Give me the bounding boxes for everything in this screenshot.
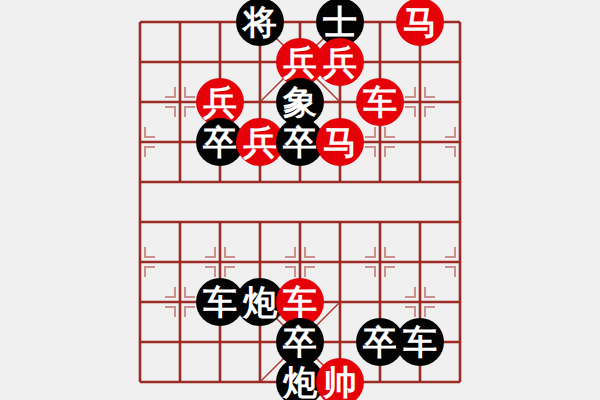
board-point-5-0[interactable]: 士 — [320, 2, 360, 42]
board-point-1-6[interactable] — [160, 242, 200, 282]
board-point-1-9[interactable] — [160, 362, 200, 400]
board-point-4-5[interactable] — [280, 202, 320, 242]
board-point-6-3[interactable] — [360, 122, 400, 162]
board-point-1-3[interactable] — [160, 122, 200, 162]
board-point-5-1[interactable]: 兵 — [320, 42, 360, 82]
board-point-3-3[interactable]: 兵 — [240, 122, 280, 162]
board-point-2-4[interactable] — [200, 162, 240, 202]
board-point-7-2[interactable] — [400, 82, 440, 122]
board-point-0-6[interactable] — [120, 242, 160, 282]
board-point-0-0[interactable] — [120, 2, 160, 42]
board-point-7-8[interactable]: 车 — [400, 322, 440, 362]
board-point-7-3[interactable] — [400, 122, 440, 162]
piece-red-horse[interactable]: 马 — [316, 118, 364, 166]
board-point-3-7[interactable]: 炮 — [240, 282, 280, 322]
board-point-1-2[interactable] — [160, 82, 200, 122]
board-point-4-8[interactable]: 卒 — [280, 322, 320, 362]
board-point-6-5[interactable] — [360, 202, 400, 242]
board-point-4-1[interactable]: 兵 — [280, 42, 320, 82]
board-point-1-5[interactable] — [160, 202, 200, 242]
board-point-1-0[interactable] — [160, 2, 200, 42]
board-point-6-0[interactable] — [360, 2, 400, 42]
board-point-3-8[interactable] — [240, 322, 280, 362]
board-point-3-5[interactable] — [240, 202, 280, 242]
board-point-5-9[interactable]: 帅 — [320, 362, 360, 400]
board-point-3-1[interactable] — [240, 42, 280, 82]
board-point-8-3[interactable] — [440, 122, 480, 162]
board-point-1-7[interactable] — [160, 282, 200, 322]
board-point-0-3[interactable] — [120, 122, 160, 162]
board-point-0-5[interactable] — [120, 202, 160, 242]
piece-red-king[interactable]: 帅 — [316, 358, 364, 400]
piece-red-chariot[interactable]: 车 — [356, 78, 404, 126]
board-point-7-0[interactable]: 马 — [400, 2, 440, 42]
board-point-2-3[interactable]: 卒 — [200, 122, 240, 162]
board-point-4-3[interactable]: 卒 — [280, 122, 320, 162]
board-point-8-6[interactable] — [440, 242, 480, 282]
board-point-8-9[interactable] — [440, 362, 480, 400]
board-point-6-7[interactable] — [360, 282, 400, 322]
board-point-2-8[interactable] — [200, 322, 240, 362]
board-point-7-5[interactable] — [400, 202, 440, 242]
board-point-0-2[interactable] — [120, 82, 160, 122]
board-point-6-8[interactable]: 卒 — [360, 322, 400, 362]
board-point-4-6[interactable] — [280, 242, 320, 282]
board-point-3-0[interactable]: 将 — [240, 2, 280, 42]
board-point-7-1[interactable] — [400, 42, 440, 82]
board-point-2-0[interactable] — [200, 2, 240, 42]
board-point-0-4[interactable] — [120, 162, 160, 202]
board-point-8-8[interactable] — [440, 322, 480, 362]
board-point-8-1[interactable] — [440, 42, 480, 82]
board-point-2-2[interactable]: 兵 — [200, 82, 240, 122]
board-point-6-4[interactable] — [360, 162, 400, 202]
board-point-5-7[interactable] — [320, 282, 360, 322]
board-point-7-6[interactable] — [400, 242, 440, 282]
board-point-5-6[interactable] — [320, 242, 360, 282]
board-point-1-4[interactable] — [160, 162, 200, 202]
board-point-5-5[interactable] — [320, 202, 360, 242]
board-point-0-7[interactable] — [120, 282, 160, 322]
piece-red-horse[interactable]: 马 — [396, 0, 444, 46]
board-point-0-9[interactable] — [120, 362, 160, 400]
board-point-8-0[interactable] — [440, 2, 480, 42]
board-point-6-2[interactable]: 车 — [360, 82, 400, 122]
board-point-8-5[interactable] — [440, 202, 480, 242]
xiangqi-diagram: 将士马兵兵兵象车卒兵卒马车炮车卒卒车炮帅 — [0, 0, 600, 400]
board-point-2-5[interactable] — [200, 202, 240, 242]
board-point-4-7[interactable]: 车 — [280, 282, 320, 322]
board-point-8-2[interactable] — [440, 82, 480, 122]
board-point-2-9[interactable] — [200, 362, 240, 400]
board-point-1-1[interactable] — [160, 42, 200, 82]
board-point-7-7[interactable] — [400, 282, 440, 322]
board-point-3-2[interactable] — [240, 82, 280, 122]
xiangqi-board: 将士马兵兵兵象车卒兵卒马车炮车卒卒车炮帅 — [120, 2, 480, 400]
board-point-6-1[interactable] — [360, 42, 400, 82]
board-point-5-3[interactable]: 马 — [320, 122, 360, 162]
board-point-3-4[interactable] — [240, 162, 280, 202]
piece-red-pawn[interactable]: 兵 — [316, 38, 364, 86]
board-point-2-1[interactable] — [200, 42, 240, 82]
board-point-4-4[interactable] — [280, 162, 320, 202]
board-point-3-9[interactable] — [240, 362, 280, 400]
board-point-5-8[interactable] — [320, 322, 360, 362]
board-point-3-6[interactable] — [240, 242, 280, 282]
piece-black-king[interactable]: 将 — [236, 0, 284, 46]
board-point-5-2[interactable] — [320, 82, 360, 122]
board-point-8-7[interactable] — [440, 282, 480, 322]
board-point-0-8[interactable] — [120, 322, 160, 362]
board-point-4-2[interactable]: 象 — [280, 82, 320, 122]
board-point-6-9[interactable] — [360, 362, 400, 400]
board-point-2-7[interactable]: 车 — [200, 282, 240, 322]
board-point-7-9[interactable] — [400, 362, 440, 400]
board-point-0-1[interactable] — [120, 42, 160, 82]
board-point-2-6[interactable] — [200, 242, 240, 282]
board-point-6-6[interactable] — [360, 242, 400, 282]
board-point-8-4[interactable] — [440, 162, 480, 202]
piece-black-chariot[interactable]: 车 — [396, 318, 444, 366]
board-point-1-8[interactable] — [160, 322, 200, 362]
board-point-4-9[interactable]: 炮 — [280, 362, 320, 400]
board-point-5-4[interactable] — [320, 162, 360, 202]
board-point-4-0[interactable] — [280, 2, 320, 42]
board-point-7-4[interactable] — [400, 162, 440, 202]
